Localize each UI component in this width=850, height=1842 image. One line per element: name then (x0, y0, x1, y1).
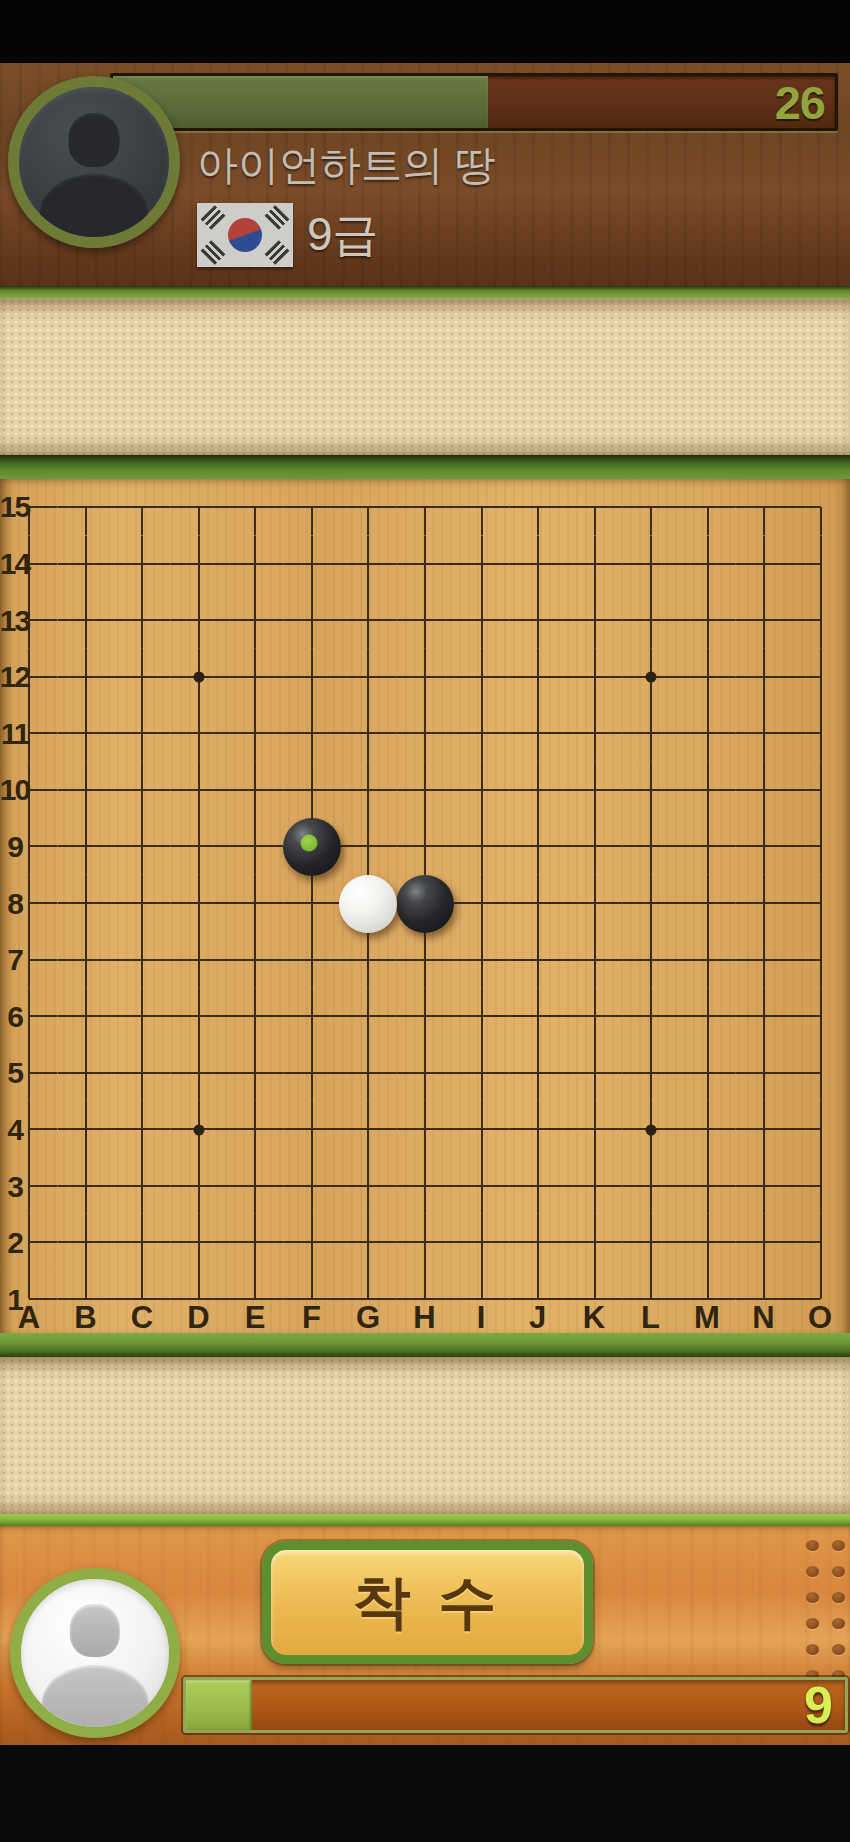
intersection-G11[interactable] (340, 705, 397, 762)
intersection-N5[interactable] (736, 1044, 793, 1101)
intersection-L11[interactable] (623, 705, 680, 762)
intersection-E14[interactable] (227, 536, 284, 593)
intersection-B7[interactable] (58, 931, 115, 988)
col-label-N: N (742, 1302, 786, 1332)
intersection-N10[interactable] (736, 762, 793, 819)
col-label-B: B (64, 1302, 108, 1332)
grille-dot (832, 1540, 845, 1551)
intersection-H13[interactable] (397, 592, 454, 649)
avatar-silhouette-body (40, 174, 148, 248)
intersection-N8[interactable] (736, 875, 793, 932)
row-label-11: 11 (0, 717, 29, 751)
intersection-D3[interactable] (171, 1157, 228, 1214)
intersection-K12[interactable] (566, 649, 623, 706)
intersection-J8[interactable] (510, 875, 567, 932)
col-label-H: H (403, 1302, 447, 1332)
intersection-M9[interactable] (679, 818, 736, 875)
intersection-I3[interactable] (453, 1157, 510, 1214)
board-frame-top (0, 455, 850, 479)
background-lower (0, 1357, 850, 1514)
intersection-I13[interactable] (453, 592, 510, 649)
intersection-K11[interactable] (566, 705, 623, 762)
board-frame-bottom (0, 1333, 850, 1357)
intersection-H14[interactable] (397, 536, 454, 593)
intersection-D10[interactable] (171, 762, 228, 819)
intersection-G13[interactable] (340, 592, 397, 649)
intersection-C15[interactable] (114, 479, 171, 536)
intersection-I9[interactable] (453, 818, 510, 875)
intersection-J9[interactable] (510, 818, 567, 875)
grille-dot (806, 1566, 819, 1577)
intersection-L2[interactable] (623, 1214, 680, 1271)
intersection-O12[interactable] (792, 649, 849, 706)
intersection-G6[interactable] (340, 988, 397, 1045)
intersection-H7[interactable] (397, 931, 454, 988)
intersection-I5[interactable] (453, 1044, 510, 1101)
grille-dot (832, 1618, 845, 1629)
intersection-G4[interactable] (340, 1101, 397, 1158)
intersection-B13[interactable] (58, 592, 115, 649)
intersection-D15[interactable] (171, 479, 228, 536)
col-label-I: I (459, 1302, 503, 1332)
intersection-K10[interactable] (566, 762, 623, 819)
intersection-J10[interactable] (510, 762, 567, 819)
intersection-F13[interactable] (284, 592, 341, 649)
intersection-C10[interactable] (114, 762, 171, 819)
avatar-silhouette-head (69, 113, 120, 167)
intersection-J5[interactable] (510, 1044, 567, 1101)
col-label-M: M (685, 1302, 729, 1332)
intersection-D9[interactable] (171, 818, 228, 875)
row-label-4: 4 (0, 1113, 29, 1147)
intersection-F14[interactable] (284, 536, 341, 593)
grille-dot (806, 1592, 819, 1603)
intersection-J6[interactable] (510, 988, 567, 1045)
intersection-H10[interactable] (397, 762, 454, 819)
intersection-H11[interactable] (397, 705, 454, 762)
intersection-D11[interactable] (171, 705, 228, 762)
intersection-M8[interactable] (679, 875, 736, 932)
intersection-I12[interactable] (453, 649, 510, 706)
intersection-F6[interactable] (284, 988, 341, 1045)
intersection-O13[interactable] (792, 592, 849, 649)
col-label-O: O (798, 1302, 842, 1332)
intersection-F2[interactable] (284, 1214, 341, 1271)
col-label-K: K (572, 1302, 616, 1332)
white-stone-G8 (339, 875, 397, 933)
intersection-K2[interactable] (566, 1214, 623, 1271)
intersection-O6[interactable] (792, 988, 849, 1045)
star-point-L4 (645, 1124, 656, 1135)
intersection-K7[interactable] (566, 931, 623, 988)
intersection-B8[interactable] (58, 875, 115, 932)
row-label-9: 9 (0, 830, 29, 864)
intersection-E12[interactable] (227, 649, 284, 706)
intersection-M12[interactable] (679, 649, 736, 706)
black-stone-F9 (283, 818, 341, 876)
intersection-C3[interactable] (114, 1157, 171, 1214)
opponent-name: 아이언하트의 땅 (197, 138, 757, 188)
background-upper (0, 298, 850, 455)
intersection-L14[interactable] (623, 536, 680, 593)
south-korea-flag-icon (197, 203, 293, 267)
intersection-C12[interactable] (114, 649, 171, 706)
place-stone-button[interactable]: 착 수 (262, 1541, 593, 1664)
intersection-E4[interactable] (227, 1101, 284, 1158)
opponent-avatar (8, 76, 180, 248)
opponent-progress-bar: 26 (110, 73, 838, 131)
intersection-L3[interactable] (623, 1157, 680, 1214)
intersection-M10[interactable] (679, 762, 736, 819)
intersection-E8[interactable] (227, 875, 284, 932)
intersection-E15[interactable] (227, 479, 284, 536)
intersection-O9[interactable] (792, 818, 849, 875)
intersection-M15[interactable] (679, 479, 736, 536)
intersection-N7[interactable] (736, 931, 793, 988)
row-label-3: 3 (0, 1170, 29, 1204)
intersection-I6[interactable] (453, 988, 510, 1045)
intersection-M2[interactable] (679, 1214, 736, 1271)
intersection-G10[interactable] (340, 762, 397, 819)
intersection-O14[interactable] (792, 536, 849, 593)
intersection-F8[interactable] (284, 875, 341, 932)
col-label-F: F (290, 1302, 334, 1332)
intersection-B2[interactable] (58, 1214, 115, 1271)
player-score: 9 (804, 1679, 833, 1731)
intersection-L15[interactable] (623, 479, 680, 536)
col-label-J: J (516, 1302, 560, 1332)
intersection-E9[interactable] (227, 818, 284, 875)
opponent-score: 26 (775, 79, 825, 126)
intersection-M4[interactable] (679, 1101, 736, 1158)
intersection-L7[interactable] (623, 931, 680, 988)
intersection-C9[interactable] (114, 818, 171, 875)
intersection-B5[interactable] (58, 1044, 115, 1101)
col-label-D: D (177, 1302, 221, 1332)
intersection-M7[interactable] (679, 931, 736, 988)
intersection-D13[interactable] (171, 592, 228, 649)
intersection-O3[interactable] (792, 1157, 849, 1214)
intersection-H3[interactable] (397, 1157, 454, 1214)
intersection-M6[interactable] (679, 988, 736, 1045)
intersection-K6[interactable] (566, 988, 623, 1045)
intersection-B15[interactable] (58, 479, 115, 536)
intersection-K15[interactable] (566, 479, 623, 536)
intersection-C8[interactable] (114, 875, 171, 932)
grille-dot (832, 1592, 845, 1603)
opponent-rank: 9급 (307, 204, 379, 266)
intersection-H4[interactable] (397, 1101, 454, 1158)
intersection-J11[interactable] (510, 705, 567, 762)
intersection-F11[interactable] (284, 705, 341, 762)
intersection-J4[interactable] (510, 1101, 567, 1158)
intersection-C7[interactable] (114, 931, 171, 988)
intersection-L8[interactable] (623, 875, 680, 932)
intersection-E13[interactable] (227, 592, 284, 649)
row-label-10: 10 (0, 773, 29, 807)
intersection-E5[interactable] (227, 1044, 284, 1101)
grille-dot (806, 1644, 819, 1655)
intersection-C4[interactable] (114, 1101, 171, 1158)
intersection-B9[interactable] (58, 818, 115, 875)
intersection-B11[interactable] (58, 705, 115, 762)
intersection-L13[interactable] (623, 592, 680, 649)
row-label-13: 13 (0, 604, 29, 638)
intersection-B14[interactable] (58, 536, 115, 593)
intersection-K9[interactable] (566, 818, 623, 875)
android-nav-bar (0, 1745, 850, 1842)
opponent-rank-row: 9급 (197, 203, 379, 267)
intersection-J2[interactable] (510, 1214, 567, 1271)
intersection-G14[interactable] (340, 536, 397, 593)
intersection-N15[interactable] (736, 479, 793, 536)
intersection-B6[interactable] (58, 988, 115, 1045)
grille-dot (832, 1566, 845, 1577)
row-label-14: 14 (0, 547, 29, 581)
intersection-O4[interactable] (792, 1101, 849, 1158)
intersection-J3[interactable] (510, 1157, 567, 1214)
intersection-G7[interactable] (340, 931, 397, 988)
intersection-C11[interactable] (114, 705, 171, 762)
intersection-L6[interactable] (623, 988, 680, 1045)
intersection-O11[interactable] (792, 705, 849, 762)
intersection-N13[interactable] (736, 592, 793, 649)
intersection-H2[interactable] (397, 1214, 454, 1271)
intersection-C14[interactable] (114, 536, 171, 593)
intersection-E10[interactable] (227, 762, 284, 819)
taeguk-symbol (228, 218, 262, 252)
intersection-H6[interactable] (397, 988, 454, 1045)
intersection-N12[interactable] (736, 649, 793, 706)
avatar-silhouette-head (70, 1604, 120, 1657)
intersection-K5[interactable] (566, 1044, 623, 1101)
grille-dot (806, 1540, 819, 1551)
col-label-G: G (346, 1302, 390, 1332)
intersection-G5[interactable] (340, 1044, 397, 1101)
intersection-B10[interactable] (58, 762, 115, 819)
intersection-F4[interactable] (284, 1101, 341, 1158)
intersection-D2[interactable] (171, 1214, 228, 1271)
intersection-L9[interactable] (623, 818, 680, 875)
intersection-I4[interactable] (453, 1101, 510, 1158)
star-point-D12 (193, 672, 204, 683)
player-progress-fill (186, 1680, 252, 1730)
col-label-A: A (7, 1302, 51, 1332)
row-label-5: 5 (0, 1056, 29, 1090)
intersection-O2[interactable] (792, 1214, 849, 1271)
intersection-J13[interactable] (510, 592, 567, 649)
intersection-D8[interactable] (171, 875, 228, 932)
intersection-L10[interactable] (623, 762, 680, 819)
intersection-D14[interactable] (171, 536, 228, 593)
row-label-6: 6 (0, 1000, 29, 1034)
intersection-F5[interactable] (284, 1044, 341, 1101)
intersection-K13[interactable] (566, 592, 623, 649)
intersection-N2[interactable] (736, 1214, 793, 1271)
star-point-D4 (193, 1124, 204, 1135)
intersection-H12[interactable] (397, 649, 454, 706)
intersection-H9[interactable] (397, 818, 454, 875)
intersection-N14[interactable] (736, 536, 793, 593)
intersection-N3[interactable] (736, 1157, 793, 1214)
intersection-F7[interactable] (284, 931, 341, 988)
intersection-M3[interactable] (679, 1157, 736, 1214)
intersection-J12[interactable] (510, 649, 567, 706)
intersection-J7[interactable] (510, 931, 567, 988)
intersection-K14[interactable] (566, 536, 623, 593)
intersection-M5[interactable] (679, 1044, 736, 1101)
intersection-I14[interactable] (453, 536, 510, 593)
intersection-D5[interactable] (171, 1044, 228, 1101)
intersection-B3[interactable] (58, 1157, 115, 1214)
status-bar (0, 0, 850, 63)
intersection-E6[interactable] (227, 988, 284, 1045)
intersection-G2[interactable] (340, 1214, 397, 1271)
intersection-F3[interactable] (284, 1157, 341, 1214)
row-label-15: 15 (0, 490, 29, 524)
intersection-G12[interactable] (340, 649, 397, 706)
intersection-L5[interactable] (623, 1044, 680, 1101)
player-panel-top-trim (0, 1514, 850, 1526)
intersection-G3[interactable] (340, 1157, 397, 1214)
intersection-F12[interactable] (284, 649, 341, 706)
intersection-F10[interactable] (284, 762, 341, 819)
intersection-I11[interactable] (453, 705, 510, 762)
intersection-I7[interactable] (453, 931, 510, 988)
intersection-B4[interactable] (58, 1101, 115, 1158)
intersection-K8[interactable] (566, 875, 623, 932)
intersection-N6[interactable] (736, 988, 793, 1045)
intersection-C2[interactable] (114, 1214, 171, 1271)
player-progress-bar: 9 (183, 1677, 848, 1733)
intersection-I8[interactable] (453, 875, 510, 932)
grille-dot (832, 1644, 845, 1655)
grille-dot (806, 1618, 819, 1629)
col-label-E: E (233, 1302, 277, 1332)
intersection-J14[interactable] (510, 536, 567, 593)
opponent-panel-bottom-trim (0, 286, 850, 298)
black-stone-H8 (396, 875, 454, 933)
intersection-I10[interactable] (453, 762, 510, 819)
intersection-N11[interactable] (736, 705, 793, 762)
intersection-C13[interactable] (114, 592, 171, 649)
intersection-E3[interactable] (227, 1157, 284, 1214)
intersection-O15[interactable] (792, 479, 849, 536)
intersection-N9[interactable] (736, 818, 793, 875)
intersection-K4[interactable] (566, 1101, 623, 1158)
col-label-C: C (120, 1302, 164, 1332)
intersection-G9[interactable] (340, 818, 397, 875)
intersection-F15[interactable] (284, 479, 341, 536)
star-point-L12 (645, 672, 656, 683)
col-label-L: L (629, 1302, 673, 1332)
intersection-E2[interactable] (227, 1214, 284, 1271)
intersection-H15[interactable] (397, 479, 454, 536)
row-label-7: 7 (0, 943, 29, 977)
intersection-N4[interactable] (736, 1101, 793, 1158)
intersection-O8[interactable] (792, 875, 849, 932)
player-avatar (10, 1568, 180, 1738)
intersection-H5[interactable] (397, 1044, 454, 1101)
avatar-silhouette-body (42, 1665, 149, 1738)
game-board: 151413121110987654321ABCDEFGHIJKLMNO (0, 479, 850, 1333)
row-label-2: 2 (0, 1226, 29, 1260)
intersection-O5[interactable] (792, 1044, 849, 1101)
intersection-K3[interactable] (566, 1157, 623, 1214)
row-label-8: 8 (0, 887, 29, 921)
intersection-D7[interactable] (171, 931, 228, 988)
row-label-12: 12 (0, 660, 29, 694)
intersection-D6[interactable] (171, 988, 228, 1045)
intersection-J15[interactable] (510, 479, 567, 536)
intersection-C5[interactable] (114, 1044, 171, 1101)
intersection-M13[interactable] (679, 592, 736, 649)
intersection-C6[interactable] (114, 988, 171, 1045)
intersection-I15[interactable] (453, 479, 510, 536)
intersection-O7[interactable] (792, 931, 849, 988)
last-move-marker (301, 835, 318, 852)
intersection-E7[interactable] (227, 931, 284, 988)
intersection-E11[interactable] (227, 705, 284, 762)
intersection-M11[interactable] (679, 705, 736, 762)
intersection-B12[interactable] (58, 649, 115, 706)
intersection-O10[interactable] (792, 762, 849, 819)
intersection-I2[interactable] (453, 1214, 510, 1271)
intersection-M14[interactable] (679, 536, 736, 593)
intersection-G15[interactable] (340, 479, 397, 536)
